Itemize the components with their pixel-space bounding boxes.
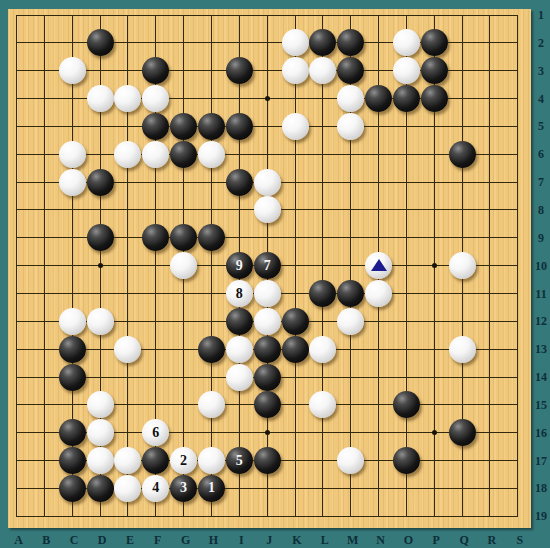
- stone-black: [142, 447, 169, 474]
- stone-black: [87, 29, 114, 56]
- column-coordinate-label: H: [209, 533, 218, 548]
- row-coordinate-label: 8: [538, 202, 544, 217]
- stone-black: [449, 419, 476, 446]
- move-number-label: 5: [236, 454, 243, 468]
- stone-black: [254, 447, 281, 474]
- grid-vertical-line: [489, 15, 490, 517]
- stone-black: 9: [226, 252, 253, 279]
- star-point: [98, 263, 103, 268]
- stone-black: [87, 475, 114, 502]
- stone-white: [87, 308, 114, 335]
- stone-white: [87, 391, 114, 418]
- stone-white: [337, 85, 364, 112]
- move-number-label: 7: [264, 259, 271, 273]
- row-coordinate-label: 14: [535, 370, 547, 385]
- column-coordinate-label: R: [488, 533, 497, 548]
- column-coordinate-label: P: [433, 533, 440, 548]
- stone-white: [226, 364, 253, 391]
- stone-white: [198, 141, 225, 168]
- column-coordinate-label: Q: [459, 533, 468, 548]
- stone-black: [254, 364, 281, 391]
- stone-black: [142, 113, 169, 140]
- column-coordinate-label: F: [154, 533, 161, 548]
- stone-white: [142, 85, 169, 112]
- row-coordinate-label: 12: [535, 314, 547, 329]
- stone-white: [170, 252, 197, 279]
- row-coordinate-label: 2: [538, 35, 544, 50]
- column-coordinate-label: A: [14, 533, 23, 548]
- move-number-label: 1: [208, 481, 215, 495]
- stone-black: [309, 280, 336, 307]
- stone-black: [282, 308, 309, 335]
- column-coordinate-label: G: [181, 533, 190, 548]
- grid-horizontal-line: [16, 516, 518, 517]
- stone-black: [226, 57, 253, 84]
- row-coordinate-label: 7: [538, 175, 544, 190]
- stone-black: [449, 141, 476, 168]
- stone-white: 4: [142, 475, 169, 502]
- stone-black: 7: [254, 252, 281, 279]
- stone-black: [198, 113, 225, 140]
- stone-black: [59, 475, 86, 502]
- stone-white: [114, 447, 141, 474]
- row-coordinate-label: 18: [535, 481, 547, 496]
- stone-black: [421, 57, 448, 84]
- stone-white: [59, 57, 86, 84]
- grid-vertical-line: [517, 15, 518, 517]
- stone-black: 5: [226, 447, 253, 474]
- stone-white: [87, 447, 114, 474]
- column-coordinate-label: N: [376, 533, 385, 548]
- stone-black: [393, 391, 420, 418]
- stone-black: [170, 224, 197, 251]
- stone-black: [254, 391, 281, 418]
- stone-white: [114, 475, 141, 502]
- stone-black: [59, 447, 86, 474]
- stone-black: 1: [198, 475, 225, 502]
- stone-white: [309, 336, 336, 363]
- star-point: [265, 430, 270, 435]
- column-coordinate-label: D: [98, 533, 107, 548]
- stone-white: [59, 169, 86, 196]
- stone-black: [226, 113, 253, 140]
- stone-white: [254, 280, 281, 307]
- stone-black: [421, 29, 448, 56]
- column-coordinate-label: K: [292, 533, 301, 548]
- row-coordinate-label: 16: [535, 425, 547, 440]
- move-number-label: 3: [180, 481, 187, 495]
- stone-black: [337, 57, 364, 84]
- row-coordinate-label: 9: [538, 230, 544, 245]
- goban[interactable]: 97862543112345678910111213141516171819AB…: [0, 0, 550, 548]
- stone-white: [254, 196, 281, 223]
- star-point: [432, 430, 437, 435]
- stone-black: [282, 336, 309, 363]
- row-coordinate-label: 15: [535, 397, 547, 412]
- stone-black: [365, 85, 392, 112]
- stone-black: [198, 336, 225, 363]
- stone-black: [393, 85, 420, 112]
- stone-white: [449, 336, 476, 363]
- stone-white: [309, 391, 336, 418]
- column-coordinate-label: L: [321, 533, 329, 548]
- stone-black: [337, 29, 364, 56]
- column-coordinate-label: S: [516, 533, 523, 548]
- stone-white: [254, 308, 281, 335]
- stone-white: [365, 252, 392, 279]
- grid-vertical-line: [322, 15, 323, 517]
- column-coordinate-label: J: [266, 533, 272, 548]
- stone-white: [449, 252, 476, 279]
- stone-white: [198, 391, 225, 418]
- stone-white: [282, 29, 309, 56]
- row-coordinate-label: 13: [535, 342, 547, 357]
- column-coordinate-label: I: [239, 533, 244, 548]
- column-coordinate-label: C: [70, 533, 79, 548]
- stone-white: [114, 85, 141, 112]
- stone-black: [309, 29, 336, 56]
- stone-white: 2: [170, 447, 197, 474]
- stone-black: [170, 141, 197, 168]
- stone-black: [87, 169, 114, 196]
- stone-black: [59, 419, 86, 446]
- move-number-label: 4: [152, 481, 159, 495]
- row-coordinate-label: 6: [538, 147, 544, 162]
- stone-black: 3: [170, 475, 197, 502]
- star-point: [432, 263, 437, 268]
- row-coordinate-label: 1: [538, 8, 544, 23]
- row-coordinate-label: 5: [538, 119, 544, 134]
- column-coordinate-label: E: [126, 533, 134, 548]
- stone-white: [114, 141, 141, 168]
- stone-white: [337, 447, 364, 474]
- row-coordinate-label: 10: [535, 258, 547, 273]
- stone-black: [142, 224, 169, 251]
- grid-vertical-line: [295, 15, 296, 517]
- stone-white: [59, 141, 86, 168]
- move-number-label: 8: [236, 287, 243, 301]
- stone-white: [87, 85, 114, 112]
- stone-white: 8: [226, 280, 253, 307]
- stone-white: 6: [142, 419, 169, 446]
- row-coordinate-label: 11: [535, 286, 546, 301]
- stone-white: [337, 308, 364, 335]
- stone-white: [226, 336, 253, 363]
- column-coordinate-label: M: [347, 533, 358, 548]
- stone-black: [59, 364, 86, 391]
- move-number-label: 9: [236, 259, 243, 273]
- move-number-label: 2: [180, 454, 187, 468]
- stone-white: [309, 57, 336, 84]
- column-coordinate-label: B: [42, 533, 50, 548]
- star-point: [265, 96, 270, 101]
- go-board-app: 97862543112345678910111213141516171819AB…: [0, 0, 550, 548]
- stone-black: [142, 57, 169, 84]
- stone-black: [226, 308, 253, 335]
- row-coordinate-label: 17: [535, 453, 547, 468]
- triangle-mark-icon: [371, 259, 387, 271]
- column-coordinate-label: O: [404, 533, 413, 548]
- stone-white: [393, 57, 420, 84]
- stone-black: [198, 224, 225, 251]
- stone-white: [114, 336, 141, 363]
- stone-black: [87, 224, 114, 251]
- row-coordinate-label: 4: [538, 91, 544, 106]
- stone-white: [337, 113, 364, 140]
- stone-black: [170, 113, 197, 140]
- stone-white: [393, 29, 420, 56]
- stone-black: [337, 280, 364, 307]
- row-coordinate-label: 19: [535, 509, 547, 524]
- stone-black: [59, 336, 86, 363]
- stone-white: [365, 280, 392, 307]
- stone-black: [421, 85, 448, 112]
- stone-black: [393, 447, 420, 474]
- row-coordinate-label: 3: [538, 63, 544, 78]
- stone-white: [254, 169, 281, 196]
- stone-white: [59, 308, 86, 335]
- stone-white: [282, 113, 309, 140]
- stone-white: [198, 447, 225, 474]
- move-number-label: 6: [152, 426, 159, 440]
- stone-white: [87, 419, 114, 446]
- stone-white: [282, 57, 309, 84]
- stone-white: [142, 141, 169, 168]
- stone-black: [254, 336, 281, 363]
- stone-black: [226, 169, 253, 196]
